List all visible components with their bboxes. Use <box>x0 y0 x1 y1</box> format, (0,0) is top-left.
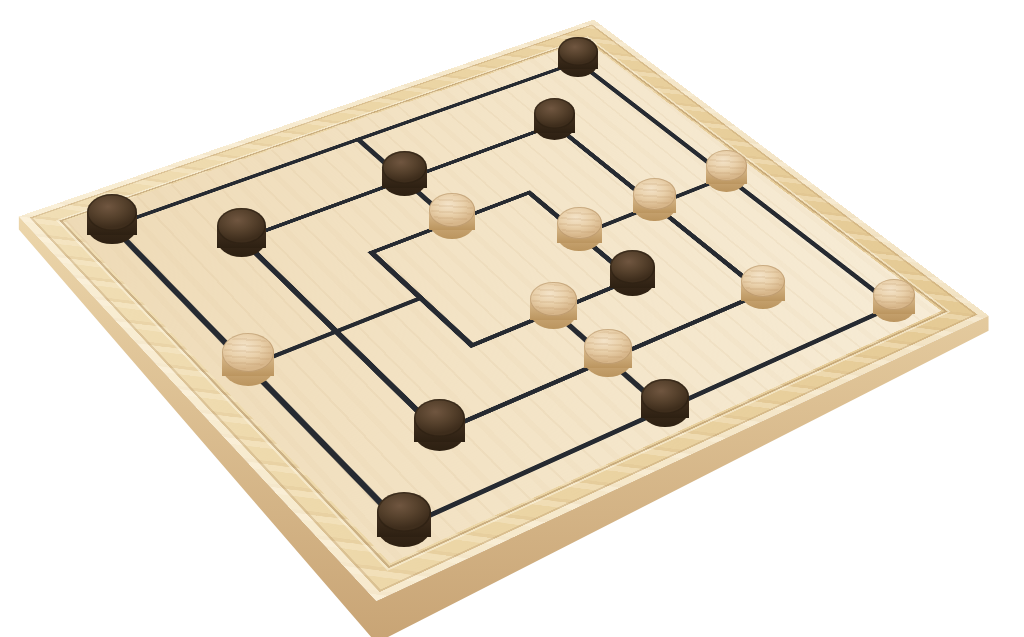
piece-top-face <box>382 151 427 184</box>
piece-top-face <box>87 194 137 231</box>
piece-dark-e3[interactable] <box>610 250 655 295</box>
piece-dark-d6[interactable] <box>382 151 427 196</box>
piece-top-face <box>558 37 598 66</box>
piece-dark-a7[interactable] <box>87 194 137 244</box>
piece-light-e4[interactable] <box>557 207 601 252</box>
piece-light-f4[interactable] <box>633 178 676 221</box>
piece-light-a4[interactable] <box>222 333 274 386</box>
piece-top-face <box>557 207 601 240</box>
piece-top-face <box>534 98 576 129</box>
piece-dark-d1[interactable] <box>641 379 689 428</box>
piece-top-face <box>530 282 577 317</box>
piece-dark-g7[interactable] <box>558 37 598 77</box>
piece-top-face <box>429 193 475 227</box>
piece-top-face <box>584 329 631 364</box>
piece-light-d3[interactable] <box>530 282 577 329</box>
piece-light-d2[interactable] <box>584 329 631 377</box>
piece-light-g4[interactable] <box>706 150 747 191</box>
piece-dark-f6[interactable] <box>534 98 576 140</box>
piece-top-face <box>217 208 266 244</box>
piece-top-face <box>633 178 676 210</box>
piece-top-face <box>610 250 655 283</box>
piece-dark-b6[interactable] <box>217 208 266 257</box>
piece-top-face <box>222 333 274 372</box>
piece-light-f2[interactable] <box>741 265 785 309</box>
piece-dark-b2[interactable] <box>414 399 466 451</box>
piece-top-face <box>706 150 747 180</box>
pieces <box>0 0 1024 637</box>
piece-top-face <box>741 265 785 297</box>
piece-light-g1[interactable] <box>873 279 916 322</box>
piece-light-d5[interactable] <box>429 193 475 239</box>
board-photo <box>0 0 1024 637</box>
piece-dark-a1[interactable] <box>377 492 432 548</box>
piece-top-face <box>641 379 689 415</box>
